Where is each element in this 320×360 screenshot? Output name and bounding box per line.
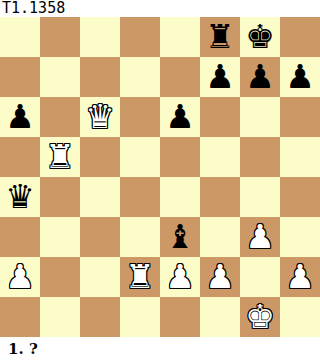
white-pawn: ♟ xyxy=(5,257,35,297)
square-e7[interactable] xyxy=(160,57,200,97)
square-f3[interactable] xyxy=(200,217,240,257)
square-b4[interactable] xyxy=(40,177,80,217)
square-d8[interactable] xyxy=(120,17,160,57)
square-b7[interactable] xyxy=(40,57,80,97)
square-b6[interactable] xyxy=(40,97,80,137)
square-h3[interactable] xyxy=(280,217,320,257)
square-g6[interactable] xyxy=(240,97,280,137)
square-g2[interactable] xyxy=(240,257,280,297)
move-prompt: 1. ? xyxy=(0,337,320,360)
square-e6[interactable]: ♟ xyxy=(160,97,200,137)
square-c5[interactable] xyxy=(80,137,120,177)
black-pawn: ♟ xyxy=(5,97,35,137)
square-d5[interactable] xyxy=(120,137,160,177)
square-h2[interactable]: ♟ xyxy=(280,257,320,297)
puzzle-id-label: T1.1358 xyxy=(0,0,320,17)
square-h5[interactable] xyxy=(280,137,320,177)
square-g5[interactable] xyxy=(240,137,280,177)
square-c6[interactable]: ♛ xyxy=(80,97,120,137)
square-e3[interactable]: ♝ xyxy=(160,217,200,257)
square-f5[interactable] xyxy=(200,137,240,177)
square-f7[interactable]: ♟ xyxy=(200,57,240,97)
square-a6[interactable]: ♟ xyxy=(0,97,40,137)
white-pawn: ♟ xyxy=(205,257,235,297)
square-f4[interactable] xyxy=(200,177,240,217)
square-b2[interactable] xyxy=(40,257,80,297)
square-e2[interactable]: ♟ xyxy=(160,257,200,297)
chess-puzzle-window: T1.1358 ♜♚♟♟♟♟♛♟♜♛♝♟♟♜♟♟♟♚ 1. ? xyxy=(0,0,320,360)
square-h7[interactable]: ♟ xyxy=(280,57,320,97)
square-d2[interactable]: ♜ xyxy=(120,257,160,297)
black-pawn: ♟ xyxy=(285,57,315,97)
square-g4[interactable] xyxy=(240,177,280,217)
square-a3[interactable] xyxy=(0,217,40,257)
chess-board: ♜♚♟♟♟♟♛♟♜♛♝♟♟♜♟♟♟♚ xyxy=(0,17,320,337)
white-queen: ♛ xyxy=(85,97,115,137)
square-a4[interactable]: ♛ xyxy=(0,177,40,217)
square-a2[interactable]: ♟ xyxy=(0,257,40,297)
square-d4[interactable] xyxy=(120,177,160,217)
square-d1[interactable] xyxy=(120,297,160,337)
black-pawn: ♟ xyxy=(165,97,195,137)
square-e1[interactable] xyxy=(160,297,200,337)
square-c7[interactable] xyxy=(80,57,120,97)
square-f1[interactable] xyxy=(200,297,240,337)
white-king: ♚ xyxy=(245,297,275,337)
square-f6[interactable] xyxy=(200,97,240,137)
square-a1[interactable] xyxy=(0,297,40,337)
black-king: ♚ xyxy=(245,17,275,57)
white-rook: ♜ xyxy=(45,137,75,177)
square-f8[interactable]: ♜ xyxy=(200,17,240,57)
white-pawn: ♟ xyxy=(285,257,315,297)
white-pawn: ♟ xyxy=(165,257,195,297)
square-b3[interactable] xyxy=(40,217,80,257)
square-b8[interactable] xyxy=(40,17,80,57)
square-b1[interactable] xyxy=(40,297,80,337)
black-bishop: ♝ xyxy=(165,217,195,257)
square-e4[interactable] xyxy=(160,177,200,217)
square-g1[interactable]: ♚ xyxy=(240,297,280,337)
square-c8[interactable] xyxy=(80,17,120,57)
square-b5[interactable]: ♜ xyxy=(40,137,80,177)
square-d3[interactable] xyxy=(120,217,160,257)
white-rook: ♜ xyxy=(125,257,155,297)
square-g8[interactable]: ♚ xyxy=(240,17,280,57)
black-rook: ♜ xyxy=(205,17,235,57)
square-h8[interactable] xyxy=(280,17,320,57)
square-e8[interactable] xyxy=(160,17,200,57)
square-d6[interactable] xyxy=(120,97,160,137)
square-a8[interactable] xyxy=(0,17,40,57)
square-e5[interactable] xyxy=(160,137,200,177)
square-h4[interactable] xyxy=(280,177,320,217)
black-queen: ♛ xyxy=(5,177,35,217)
square-f2[interactable]: ♟ xyxy=(200,257,240,297)
square-c4[interactable] xyxy=(80,177,120,217)
black-pawn: ♟ xyxy=(245,57,275,97)
square-c3[interactable] xyxy=(80,217,120,257)
square-c1[interactable] xyxy=(80,297,120,337)
square-a7[interactable] xyxy=(0,57,40,97)
square-d7[interactable] xyxy=(120,57,160,97)
square-h1[interactable] xyxy=(280,297,320,337)
square-c2[interactable] xyxy=(80,257,120,297)
square-g3[interactable]: ♟ xyxy=(240,217,280,257)
black-pawn: ♟ xyxy=(205,57,235,97)
square-g7[interactable]: ♟ xyxy=(240,57,280,97)
white-pawn: ♟ xyxy=(245,217,275,257)
square-a5[interactable] xyxy=(0,137,40,177)
square-h6[interactable] xyxy=(280,97,320,137)
